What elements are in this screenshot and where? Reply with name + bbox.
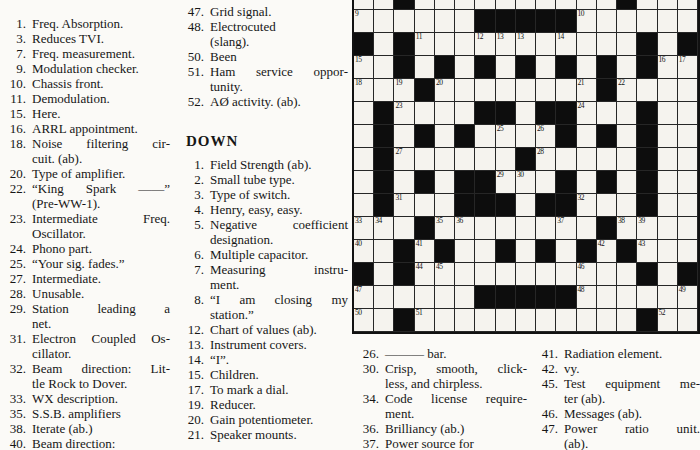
grid-cell[interactable] <box>374 286 394 309</box>
grid-cell[interactable] <box>415 10 435 33</box>
clue-number: 1. <box>2 16 32 31</box>
grid-cell[interactable] <box>617 102 637 125</box>
grid-cell[interactable]: 34 <box>374 217 394 240</box>
grid-cell[interactable] <box>496 263 516 286</box>
clue-line: Type of switch. <box>210 187 348 202</box>
cell-number: 23 <box>395 102 402 110</box>
clue-number: 52. <box>180 94 210 109</box>
grid-cell[interactable] <box>374 33 394 56</box>
clue-number: 34. <box>357 391 385 406</box>
clue-number: 29. <box>2 301 32 316</box>
cell-number: 29 <box>497 171 504 179</box>
clue-text: ——— bar. <box>385 346 527 361</box>
grid-cell[interactable] <box>678 148 698 171</box>
grid-cell[interactable] <box>394 217 414 240</box>
grid-cell[interactable] <box>536 56 556 79</box>
grid-cell[interactable]: 23 <box>394 102 414 125</box>
grid-cell[interactable] <box>556 309 576 332</box>
clue-text: “I”. <box>210 352 348 367</box>
grid-cell[interactable] <box>455 10 475 33</box>
black-square <box>637 171 657 194</box>
grid-cell[interactable] <box>617 56 637 79</box>
clue-text: AØ activity. (ab). <box>210 94 348 109</box>
clue-line: Noise filtering cir- <box>32 136 170 151</box>
grid-cell[interactable] <box>617 33 637 56</box>
grid-cell[interactable] <box>516 240 536 263</box>
grid-cell[interactable] <box>455 0 475 10</box>
grid-cell[interactable]: 26 <box>536 125 556 148</box>
grid-cell[interactable] <box>617 10 637 33</box>
grid-cell[interactable] <box>374 10 394 33</box>
grid-cell[interactable]: 40 <box>354 240 374 263</box>
grid-cell[interactable] <box>374 240 394 263</box>
black-square <box>374 171 394 194</box>
clue-text: “I am closing mystation.” <box>210 292 348 322</box>
grid-cell[interactable] <box>556 148 576 171</box>
grid-cell[interactable]: 37 <box>556 217 576 240</box>
grid-cell[interactable] <box>597 10 617 33</box>
grid-cell[interactable]: 46 <box>577 263 597 286</box>
grid-cell[interactable] <box>617 286 637 309</box>
grid-cell[interactable] <box>577 148 597 171</box>
grid-cell[interactable] <box>475 217 495 240</box>
black-square <box>415 217 435 240</box>
black-square <box>556 125 576 148</box>
grid-cell[interactable] <box>678 171 698 194</box>
grid-cell[interactable]: 13 <box>496 33 516 56</box>
black-square <box>637 125 657 148</box>
grid-cell[interactable] <box>475 79 495 102</box>
grid-cell[interactable] <box>415 0 435 10</box>
grid-cell[interactable] <box>475 240 495 263</box>
clue-text: Measuring instru-ment. <box>210 262 348 292</box>
grid-cell[interactable]: 19 <box>394 79 414 102</box>
grid-cell[interactable] <box>617 171 637 194</box>
grid-cell[interactable] <box>516 309 536 332</box>
grid-cell[interactable]: 16 <box>658 56 678 79</box>
grid-cell[interactable] <box>678 240 698 263</box>
clue-number: 20. <box>180 412 210 427</box>
clue-item: 42.vy. <box>528 361 700 376</box>
grid-cell[interactable] <box>455 263 475 286</box>
grid-cell[interactable] <box>455 102 475 125</box>
clue-number: 25. <box>2 256 32 271</box>
clue-text: Noise filtering cir-cuit. (ab). <box>32 136 170 166</box>
grid-cell[interactable] <box>475 148 495 171</box>
clue-text: S.S.B. amplifiers <box>32 406 170 421</box>
grid-cell[interactable] <box>556 79 576 102</box>
grid-cell[interactable] <box>556 0 576 10</box>
grid-cell[interactable]: 50 <box>354 309 374 332</box>
grid-cell[interactable] <box>435 286 455 309</box>
black-square <box>354 263 374 286</box>
grid-cell[interactable] <box>637 10 657 33</box>
grid-cell[interactable] <box>374 79 394 102</box>
grid-cell[interactable] <box>617 194 637 217</box>
clue-number: 24. <box>2 241 32 256</box>
grid-cell[interactable]: 21 <box>577 79 597 102</box>
grid-cell[interactable]: 47 <box>354 286 374 309</box>
grid-cell[interactable] <box>597 194 617 217</box>
grid-cell[interactable] <box>658 171 678 194</box>
grid-cell[interactable] <box>496 79 516 102</box>
clue-line: (slang). <box>210 34 348 49</box>
grid-cell[interactable] <box>577 33 597 56</box>
clue-item: 47.Grid signal. <box>180 4 348 19</box>
grid-cell[interactable] <box>658 240 678 263</box>
grid-cell[interactable] <box>496 56 516 79</box>
grid-cell[interactable] <box>354 102 374 125</box>
clue-line: Power source for <box>385 436 527 450</box>
grid-cell[interactable] <box>516 102 536 125</box>
grid-cell[interactable] <box>658 0 678 10</box>
cell-number: 35 <box>436 217 443 225</box>
clue-text: Field Strength (ab). <box>210 157 348 172</box>
grid-cell[interactable] <box>415 148 435 171</box>
clue-text: Reducer. <box>210 397 348 412</box>
grid-cell[interactable]: 49 <box>678 286 698 309</box>
grid-cell[interactable] <box>678 217 698 240</box>
grid-cell[interactable] <box>637 79 657 102</box>
grid-cell[interactable] <box>678 194 698 217</box>
grid-cell[interactable]: 10 <box>577 10 597 33</box>
grid-cell[interactable] <box>577 217 597 240</box>
clue-line: cillator. <box>32 346 170 361</box>
clue-number: 47. <box>180 4 210 19</box>
cell-number: 42 <box>598 240 605 248</box>
black-square <box>556 194 576 217</box>
clue-number: 37. <box>357 436 385 450</box>
grid-cell[interactable] <box>354 148 374 171</box>
grid-cell[interactable] <box>658 33 678 56</box>
black-square <box>536 10 556 33</box>
grid-cell[interactable] <box>415 286 435 309</box>
black-square <box>374 125 394 148</box>
cell-number: 52 <box>659 309 666 317</box>
grid-cell[interactable] <box>374 56 394 79</box>
clue-line: Multiple capacitor. <box>210 247 348 262</box>
clue-line: Iterate (ab.) <box>32 421 170 436</box>
grid-cell[interactable] <box>394 286 414 309</box>
grid-cell[interactable] <box>475 125 495 148</box>
grid-cell[interactable] <box>475 0 495 10</box>
grid-cell[interactable]: 30 <box>516 171 536 194</box>
grid-cell[interactable] <box>536 33 556 56</box>
clue-line: Brilliancy (ab.) <box>385 421 527 436</box>
clue-number: 40. <box>2 436 32 450</box>
grid-cell[interactable] <box>455 309 475 332</box>
grid-cell[interactable] <box>435 194 455 217</box>
grid-cell[interactable] <box>455 286 475 309</box>
clue-text: Freq. Absorption. <box>32 16 170 31</box>
grid-cell[interactable] <box>617 125 637 148</box>
clue-line: Oscillator. <box>32 226 170 241</box>
clue-item: 28.Unusable. <box>2 286 170 301</box>
grid-cell[interactable] <box>617 148 637 171</box>
grid-cell[interactable] <box>455 148 475 171</box>
grid-cell[interactable] <box>597 148 617 171</box>
grid-cell[interactable]: 25 <box>496 125 516 148</box>
clue-line: Measuring instru- <box>210 262 348 277</box>
grid-cell[interactable] <box>658 263 678 286</box>
grid-cell[interactable] <box>678 10 698 33</box>
grid-cell[interactable] <box>435 148 455 171</box>
grid-cell[interactable] <box>597 286 617 309</box>
grid-cell[interactable]: 11 <box>415 33 435 56</box>
grid-cell[interactable]: 52 <box>658 309 678 332</box>
black-square <box>637 33 657 56</box>
grid-cell[interactable] <box>415 102 435 125</box>
clue-item: 3.Reduces TVI. <box>2 31 170 46</box>
clue-item: 51.Ham service oppor-tunity. <box>180 64 348 94</box>
grid-cell[interactable]: 42 <box>597 240 617 263</box>
grid-cell[interactable]: 41 <box>415 240 435 263</box>
grid-cell[interactable] <box>536 263 556 286</box>
grid-cell[interactable] <box>455 33 475 56</box>
grid-cell[interactable] <box>516 79 536 102</box>
grid-cell[interactable] <box>496 0 516 10</box>
clue-number: 41. <box>528 346 564 361</box>
grid-cell[interactable] <box>678 79 698 102</box>
clue-line: Intermediate. <box>32 271 170 286</box>
grid-cell[interactable]: 51 <box>415 309 435 332</box>
grid-cell[interactable] <box>678 125 698 148</box>
black-square <box>455 194 475 217</box>
grid-cell[interactable] <box>658 10 678 33</box>
clue-number: 45. <box>528 376 564 391</box>
grid-cell[interactable]: 33 <box>354 217 374 240</box>
grid-cell[interactable] <box>536 171 556 194</box>
grid-cell[interactable] <box>415 194 435 217</box>
black-square <box>678 263 698 286</box>
grid-cell[interactable] <box>597 309 617 332</box>
grid-cell[interactable] <box>658 217 678 240</box>
black-square <box>637 102 657 125</box>
grid-cell[interactable]: 24 <box>577 102 597 125</box>
grid-cell[interactable] <box>516 125 536 148</box>
clue-item: 48.Electrocuted(slang). <box>180 19 348 49</box>
grid-cell[interactable]: 39 <box>637 217 657 240</box>
clue-text: Station leading anet. <box>32 301 170 331</box>
grid-cell[interactable]: 13 <box>516 33 536 56</box>
grid-cell[interactable] <box>455 79 475 102</box>
grid-cell[interactable] <box>617 309 637 332</box>
clue-item: 29.Station leading anet. <box>2 301 170 331</box>
grid-cell[interactable] <box>516 0 536 10</box>
grid-cell[interactable]: 35 <box>435 217 455 240</box>
clue-line: Here. <box>32 106 170 121</box>
clue-text: ARRL appointment. <box>32 121 170 136</box>
clue-text: Phono part. <box>32 241 170 256</box>
grid-cell[interactable] <box>394 171 414 194</box>
clue-item: 47.Power ratio unit.(ab). <box>528 421 700 450</box>
grid-cell[interactable] <box>597 102 617 125</box>
black-square <box>394 33 414 56</box>
cell-number: 25 <box>497 125 504 133</box>
grid-cell[interactable] <box>577 309 597 332</box>
grid-cell[interactable]: 29 <box>496 171 516 194</box>
grid-cell[interactable]: 32 <box>577 194 597 217</box>
grid-cell[interactable]: 14 <box>556 33 576 56</box>
clue-line: Electrocuted <box>210 19 348 34</box>
grid-cell[interactable] <box>597 33 617 56</box>
grid-cell[interactable] <box>637 286 657 309</box>
grid-cell[interactable] <box>577 125 597 148</box>
grid-cell[interactable] <box>496 309 516 332</box>
clue-number: 38. <box>2 421 32 436</box>
grid-cell[interactable]: 20 <box>435 79 455 102</box>
grid-cell[interactable]: 28 <box>536 148 556 171</box>
clue-text: Chassis front. <box>32 76 170 91</box>
grid-cell[interactable] <box>354 125 374 148</box>
grid-cell[interactable] <box>536 217 556 240</box>
grid-cell[interactable]: 44 <box>415 263 435 286</box>
cell-number: 49 <box>679 286 686 294</box>
grid-cell[interactable] <box>536 79 556 102</box>
grid-cell[interactable] <box>496 217 516 240</box>
grid-cell[interactable] <box>597 0 617 10</box>
grid-cell[interactable] <box>475 263 495 286</box>
black-square <box>435 240 455 263</box>
grid-cell[interactable] <box>354 194 374 217</box>
clue-text: Messages (ab). <box>564 406 700 421</box>
grid-cell[interactable] <box>536 0 556 10</box>
black-square <box>475 171 495 194</box>
cell-number: 13 <box>517 33 524 41</box>
black-square <box>475 194 495 217</box>
clue-line: Ham service oppor- <box>210 64 348 79</box>
clue-number: 48. <box>180 19 210 34</box>
grid-cell[interactable] <box>496 148 516 171</box>
clue-line: ——— bar. <box>385 346 527 361</box>
grid-cell[interactable] <box>637 0 657 10</box>
grid-cell[interactable] <box>678 309 698 332</box>
grid-cell[interactable]: 31 <box>394 194 414 217</box>
grid-cell[interactable] <box>435 102 455 125</box>
grid-cell[interactable] <box>435 171 455 194</box>
grid-cell[interactable] <box>394 125 414 148</box>
grid-cell[interactable] <box>455 56 475 79</box>
grid-cell[interactable] <box>374 263 394 286</box>
grid-cell[interactable] <box>536 309 556 332</box>
clue-text: Unusable. <box>32 286 170 301</box>
grid-cell[interactable]: 43 <box>637 240 657 263</box>
grid-cell[interactable]: 18 <box>354 79 374 102</box>
grid-cell[interactable] <box>435 309 455 332</box>
cell-number: 31 <box>395 194 402 202</box>
cell-number: 11 <box>416 33 422 41</box>
grid-cell[interactable]: 36 <box>455 217 475 240</box>
grid-cell[interactable] <box>516 194 536 217</box>
cell-number: 43 <box>638 240 645 248</box>
clue-item: 25.“Your sig. fades.” <box>2 256 170 271</box>
grid-cell[interactable]: 12 <box>475 33 495 56</box>
cell-number: 19 <box>395 79 402 87</box>
clue-line: cuit. (ab). <box>32 151 170 166</box>
down-clues-continued-left: 26.——— bar.30.Crisp, smooth, click-less,… <box>357 346 527 450</box>
grid-cell[interactable] <box>658 79 678 102</box>
grid-cell[interactable] <box>658 148 678 171</box>
clue-line: ter (ab). <box>564 391 700 406</box>
clue-text: Instrument covers. <box>210 337 348 352</box>
clue-item: 33.WX description. <box>2 391 170 406</box>
clue-line: Crisp, smooth, click- <box>385 361 527 376</box>
clue-item: 7.Freq. measurement. <box>2 46 170 61</box>
clue-line: “I”. <box>210 352 348 367</box>
middle-column: 47.Grid signal.48.Electrocuted(slang).50… <box>176 0 352 450</box>
grid-cell[interactable] <box>658 125 678 148</box>
grid-cell[interactable] <box>516 217 536 240</box>
clue-item: 46.Messages (ab). <box>528 406 700 421</box>
grid-cell[interactable] <box>374 309 394 332</box>
grid-cell[interactable] <box>658 102 678 125</box>
cell-number: 39 <box>638 217 645 225</box>
clue-line: designation. <box>210 232 348 247</box>
clue-line: Reducer. <box>210 397 348 412</box>
grid-cell[interactable] <box>678 102 698 125</box>
grid-cell[interactable]: 27 <box>394 148 414 171</box>
grid-cell[interactable] <box>455 240 475 263</box>
grid-cell[interactable] <box>394 10 414 33</box>
clue-item: 1.Field Strength (ab). <box>180 157 348 172</box>
cell-number: 40 <box>355 240 362 248</box>
grid-cell[interactable]: 48 <box>577 286 597 309</box>
clue-text: Been <box>210 49 348 64</box>
clue-text: vy. <box>564 361 700 376</box>
clue-line: (ab). <box>564 436 700 450</box>
black-square <box>374 148 394 171</box>
grid-cell[interactable] <box>658 286 678 309</box>
clue-item: 20.Type of amplifier. <box>2 166 170 181</box>
grid-cell[interactable] <box>435 33 455 56</box>
grid-cell[interactable]: 9 <box>354 10 374 33</box>
grid-cell[interactable]: 38 <box>617 217 637 240</box>
grid-cell[interactable] <box>678 0 698 10</box>
clue-line: Been <box>210 49 348 64</box>
cell-number: 38 <box>618 217 625 225</box>
grid-cell[interactable] <box>374 0 394 10</box>
grid-cell[interactable] <box>658 194 678 217</box>
black-square <box>354 33 374 56</box>
grid-cell[interactable] <box>556 240 576 263</box>
clue-number: 9. <box>2 61 32 76</box>
grid-cell[interactable]: 17 <box>678 56 698 79</box>
cell-number: 33 <box>355 217 362 225</box>
grid-cell[interactable] <box>475 309 495 332</box>
grid-cell[interactable] <box>435 0 455 10</box>
grid-cell[interactable] <box>617 263 637 286</box>
grid-cell[interactable]: 15 <box>354 56 374 79</box>
grid-cell[interactable] <box>577 171 597 194</box>
clue-line: To mark a dial. <box>210 382 348 397</box>
grid-cell[interactable] <box>415 56 435 79</box>
cell-number: 12 <box>476 33 483 41</box>
grid-cell[interactable]: 22 <box>617 79 637 102</box>
grid-cell[interactable] <box>577 56 597 79</box>
grid-cell[interactable] <box>516 263 536 286</box>
clue-text: Henry, easy, easy. <box>210 202 348 217</box>
black-square <box>617 240 637 263</box>
grid-cell[interactable]: 45 <box>435 263 455 286</box>
grid-cell[interactable] <box>597 263 617 286</box>
cell-number: 36 <box>456 217 463 225</box>
grid-cell[interactable] <box>435 10 455 33</box>
grid-cell[interactable] <box>354 171 374 194</box>
clue-number: 33. <box>2 391 32 406</box>
grid-cell[interactable] <box>435 125 455 148</box>
grid-cell[interactable] <box>556 263 576 286</box>
clue-line: Negative coefficient <box>210 217 348 232</box>
